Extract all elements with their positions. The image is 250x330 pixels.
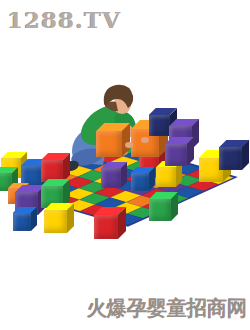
block-yellow: [44, 210, 67, 233]
block-green: [149, 199, 171, 221]
block-blue: [13, 213, 31, 231]
block-orange: [96, 131, 122, 157]
block-navy: [219, 147, 242, 170]
block-purple: [165, 144, 187, 166]
product-photo: [0, 0, 250, 330]
block-navy: [149, 115, 170, 136]
page: 1288.TV 火爆孕婴童招商网: [0, 0, 250, 330]
block-yellow: [156, 167, 176, 187]
block-red: [94, 215, 118, 239]
block-blue: [131, 173, 149, 191]
child-hand-left: [125, 142, 133, 148]
blocks-layer: [0, 0, 250, 330]
child-hand-right: [141, 137, 149, 143]
block-purple: [101, 168, 121, 188]
